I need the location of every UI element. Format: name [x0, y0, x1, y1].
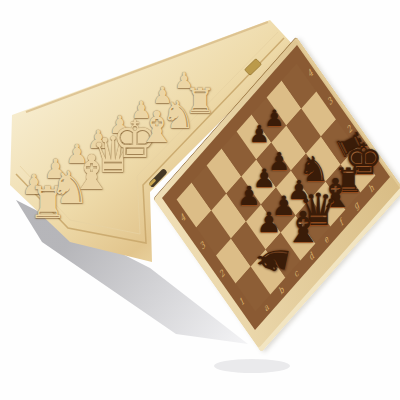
piece-dark-pawn-c3: ♟	[236, 183, 262, 209]
piece-dark-pawn-e4: ♟	[248, 123, 271, 146]
piece-dark-pawn-c2: ♟	[255, 209, 283, 237]
chess-set-product-photo: abcdefgh43214321 ♟♟♟♟♟♟♟♟♜♞♝♛♚♝♞♜ ♟♟♜♟♚♞…	[0, 0, 400, 400]
dark-pieces-on-board: ♟♟♜♟♚♞♟♜♟♟♝♟♛♟♝♞	[0, 0, 400, 400]
piece-dark-knight-c1-fallen: ♞	[248, 235, 295, 282]
